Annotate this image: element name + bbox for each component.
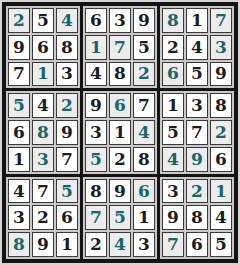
- cell-r1c6-solved[interactable]: 9: [133, 8, 155, 33]
- cell-r8c1-solved[interactable]: 3: [8, 205, 30, 230]
- cell-r7c3-given[interactable]: 5: [56, 179, 78, 204]
- cell-r3c1-solved[interactable]: 7: [8, 62, 30, 87]
- cell-r4c1-given[interactable]: 5: [8, 93, 30, 118]
- cell-r7c7-solved[interactable]: 3: [162, 179, 184, 204]
- cell-r7c2-solved[interactable]: 7: [32, 179, 54, 204]
- cell-r1c3-given[interactable]: 4: [56, 8, 78, 33]
- cell-r5c6-given[interactable]: 4: [133, 120, 155, 145]
- cell-r2c3-solved[interactable]: 8: [56, 35, 78, 60]
- cell-r2c6-solved[interactable]: 5: [133, 35, 155, 60]
- cell-r4c7-solved[interactable]: 1: [162, 93, 184, 118]
- cell-r1c1-given[interactable]: 2: [8, 8, 30, 33]
- cell-r7c5-solved[interactable]: 9: [109, 179, 131, 204]
- cell-r3c8-solved[interactable]: 5: [186, 62, 208, 87]
- cell-r9c2-solved[interactable]: 9: [32, 232, 54, 257]
- cell-r6c7-given[interactable]: 4: [162, 147, 184, 172]
- sudoku-screen: 2549687136391754828172436595426891379673…: [0, 0, 240, 265]
- cell-r1c8-solved[interactable]: 1: [186, 8, 208, 33]
- sudoku-box-2-2: 321984765: [160, 177, 234, 259]
- cell-r2c5-given[interactable]: 7: [109, 35, 131, 60]
- cell-r5c9-given[interactable]: 2: [210, 120, 232, 145]
- cell-r8c7-solved[interactable]: 9: [162, 205, 184, 230]
- cell-r3c6-given[interactable]: 2: [133, 62, 155, 87]
- cell-r4c6-solved[interactable]: 7: [133, 93, 155, 118]
- cell-r5c4-solved[interactable]: 3: [85, 120, 107, 145]
- cell-r1c5-solved[interactable]: 3: [109, 8, 131, 33]
- sudoku-box-1-0: 542689137: [6, 91, 80, 173]
- sudoku-box-1-1: 967314528: [83, 91, 157, 173]
- cell-r9c5-given[interactable]: 4: [109, 232, 131, 257]
- cell-r2c2-solved[interactable]: 6: [32, 35, 54, 60]
- cell-r3c5-solved[interactable]: 8: [109, 62, 131, 87]
- cell-r4c5-given[interactable]: 6: [109, 93, 131, 118]
- cell-r9c7-given[interactable]: 7: [162, 232, 184, 257]
- cell-r2c8-solved[interactable]: 4: [186, 35, 208, 60]
- cell-r8c5-given[interactable]: 5: [109, 205, 131, 230]
- cell-r8c2-solved[interactable]: 2: [32, 205, 54, 230]
- cell-r7c6-given[interactable]: 6: [133, 179, 155, 204]
- cell-r9c6-solved[interactable]: 3: [133, 232, 155, 257]
- cell-r1c7-given[interactable]: 8: [162, 8, 184, 33]
- cell-r5c3-solved[interactable]: 9: [56, 120, 78, 145]
- cell-r8c4-given[interactable]: 7: [85, 205, 107, 230]
- cell-r4c3-given[interactable]: 2: [56, 93, 78, 118]
- cell-r2c9-given[interactable]: 3: [210, 35, 232, 60]
- cell-r3c2-given[interactable]: 1: [32, 62, 54, 87]
- cell-r3c4-solved[interactable]: 4: [85, 62, 107, 87]
- cell-r8c6-solved[interactable]: 1: [133, 205, 155, 230]
- cell-r3c9-solved[interactable]: 9: [210, 62, 232, 87]
- cell-r1c9-given[interactable]: 7: [210, 8, 232, 33]
- cell-r5c2-given[interactable]: 8: [32, 120, 54, 145]
- cell-r6c1-solved[interactable]: 1: [8, 147, 30, 172]
- cell-r6c5-solved[interactable]: 2: [109, 147, 131, 172]
- cell-r8c3-solved[interactable]: 6: [56, 205, 78, 230]
- cell-r5c8-solved[interactable]: 7: [186, 120, 208, 145]
- cell-r5c7-solved[interactable]: 5: [162, 120, 184, 145]
- sudoku-box-0-0: 254968713: [6, 6, 80, 88]
- cell-r8c9-solved[interactable]: 4: [210, 205, 232, 230]
- cell-r6c8-given[interactable]: 9: [186, 147, 208, 172]
- cell-r3c3-solved[interactable]: 3: [56, 62, 78, 87]
- cell-r2c7-solved[interactable]: 2: [162, 35, 184, 60]
- cell-r9c4-solved[interactable]: 2: [85, 232, 107, 257]
- cell-r7c8-given[interactable]: 2: [186, 179, 208, 204]
- cell-r6c4-given[interactable]: 5: [85, 147, 107, 172]
- cell-r2c1-solved[interactable]: 9: [8, 35, 30, 60]
- cell-r7c9-given[interactable]: 1: [210, 179, 232, 204]
- cell-r9c3-solved[interactable]: 1: [56, 232, 78, 257]
- cell-r9c1-given[interactable]: 8: [8, 232, 30, 257]
- cell-r5c1-solved[interactable]: 6: [8, 120, 30, 145]
- cell-r6c2-given[interactable]: 3: [32, 147, 54, 172]
- cell-r1c4-solved[interactable]: 6: [85, 8, 107, 33]
- sudoku-box-0-2: 817243659: [160, 6, 234, 88]
- sudoku-box-2-1: 896751243: [83, 177, 157, 259]
- cell-r8c8-solved[interactable]: 8: [186, 205, 208, 230]
- cell-r4c9-solved[interactable]: 8: [210, 93, 232, 118]
- cell-r1c2-solved[interactable]: 5: [32, 8, 54, 33]
- cell-r6c3-solved[interactable]: 7: [56, 147, 78, 172]
- cell-r4c4-solved[interactable]: 9: [85, 93, 107, 118]
- cell-r4c2-solved[interactable]: 4: [32, 93, 54, 118]
- cell-r4c8-solved[interactable]: 3: [186, 93, 208, 118]
- cell-r6c6-solved[interactable]: 8: [133, 147, 155, 172]
- cell-r2c4-given[interactable]: 1: [85, 35, 107, 60]
- cell-r3c7-given[interactable]: 6: [162, 62, 184, 87]
- cell-r7c4-solved[interactable]: 8: [85, 179, 107, 204]
- sudoku-box-0-1: 639175482: [83, 6, 157, 88]
- cell-r9c8-solved[interactable]: 6: [186, 232, 208, 257]
- cell-r7c1-solved[interactable]: 4: [8, 179, 30, 204]
- cell-r5c5-solved[interactable]: 1: [109, 120, 131, 145]
- sudoku-box-2-0: 475326891: [6, 177, 80, 259]
- cell-r6c9-solved[interactable]: 6: [210, 147, 232, 172]
- sudoku-board: 2549687136391754828172436595426891379673…: [2, 2, 238, 263]
- cell-r9c9-solved[interactable]: 5: [210, 232, 232, 257]
- sudoku-box-1-2: 138572496: [160, 91, 234, 173]
